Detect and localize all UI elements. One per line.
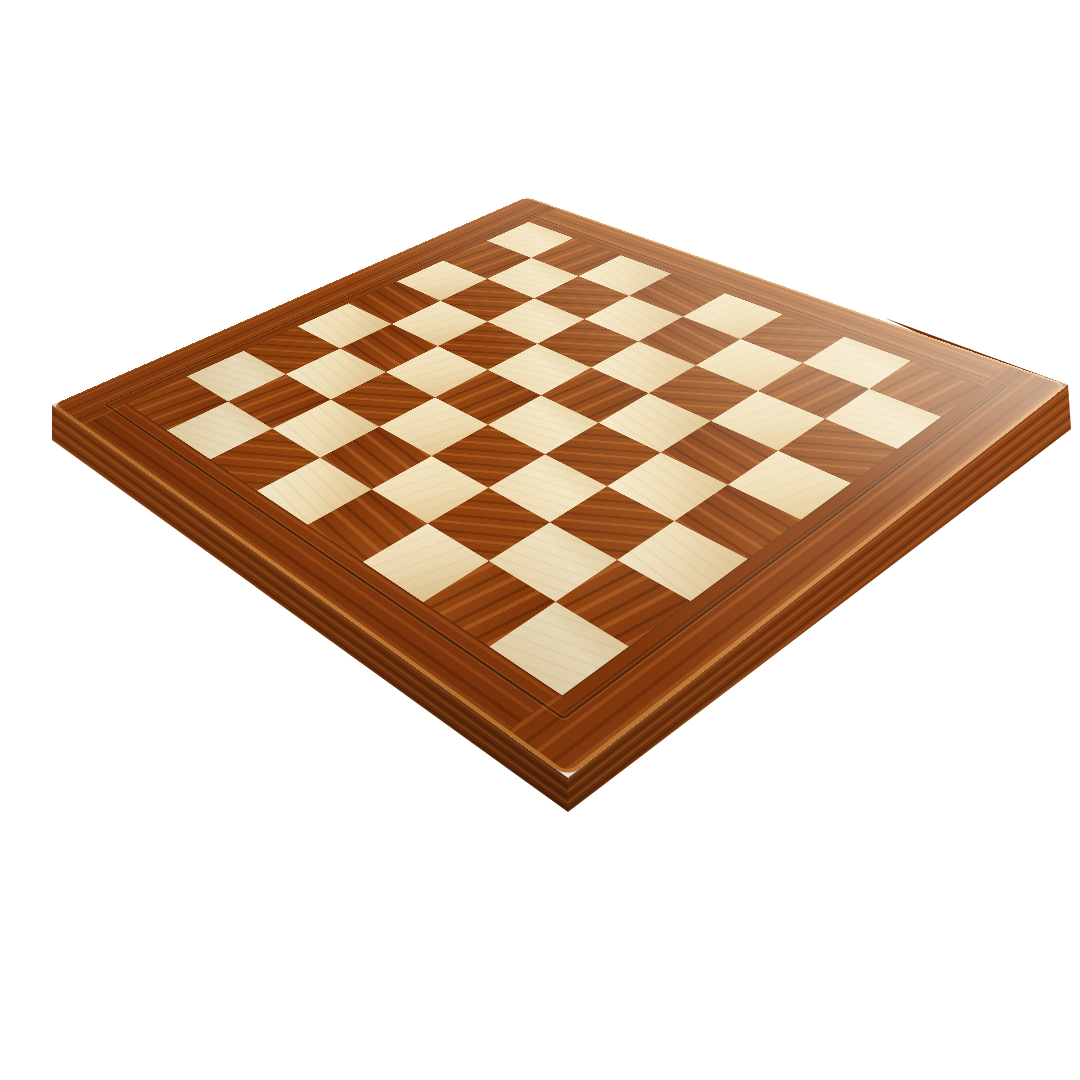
photo-stage (0, 0, 1080, 1080)
page-background: { "game": "chess", "position": { "fen": … (0, 0, 1080, 1080)
